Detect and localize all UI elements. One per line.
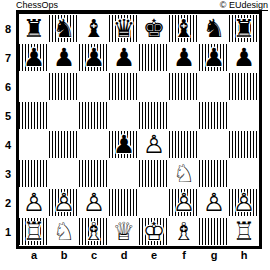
white-bishop[interactable]: ♝♗	[79, 217, 109, 246]
square-g3[interactable]	[199, 159, 229, 188]
rank-label-3: 3	[0, 159, 16, 188]
square-d6[interactable]	[109, 72, 139, 101]
square-h1[interactable]: ♜♖	[229, 217, 259, 246]
square-b6[interactable]	[49, 72, 79, 101]
square-c5[interactable]	[79, 101, 109, 130]
file-label-a: a	[19, 249, 49, 265]
square-a8[interactable]: ♜	[19, 14, 49, 43]
square-h3[interactable]	[229, 159, 259, 188]
square-d7[interactable]: ♟	[109, 43, 139, 72]
square-d5[interactable]	[109, 101, 139, 130]
square-d1[interactable]: ♛♕	[109, 217, 139, 246]
file-label-g: g	[199, 249, 229, 265]
app-title: ChessOps	[16, 0, 58, 10]
black-bishop[interactable]: ♝	[79, 14, 109, 43]
square-h6[interactable]	[229, 72, 259, 101]
square-f7[interactable]: ♟	[169, 43, 199, 72]
square-e1[interactable]: ♚♔	[139, 217, 169, 246]
square-f4[interactable]	[169, 130, 199, 159]
black-pawn[interactable]: ♟	[109, 43, 139, 72]
board-area: 87654321 ♜♞♝♛♚♝♞♜♟♟♟♟♟♟♟♟♟♙♞♘♟♙♟♙♟♙♟♙♟♙♟…	[0, 11, 270, 249]
file-label-h: h	[229, 249, 259, 265]
square-c1[interactable]: ♝♗	[79, 217, 109, 246]
rank-label-2: 2	[0, 188, 16, 217]
white-bishop[interactable]: ♝♗	[169, 217, 199, 246]
square-a2[interactable]: ♟♙	[19, 188, 49, 217]
white-pawn[interactable]: ♟♙	[139, 130, 169, 159]
square-h4[interactable]	[229, 130, 259, 159]
square-a1[interactable]: ♜♖	[19, 217, 49, 246]
square-d4[interactable]: ♟	[109, 130, 139, 159]
title-bar: ChessOps © EUdesign	[16, 0, 268, 11]
square-d3[interactable]	[109, 159, 139, 188]
black-bishop[interactable]: ♝	[169, 14, 199, 43]
square-f6[interactable]	[169, 72, 199, 101]
white-knight[interactable]: ♞♘	[169, 159, 199, 188]
square-g2[interactable]: ♟♙	[199, 188, 229, 217]
white-pawn[interactable]: ♟♙	[49, 188, 79, 217]
square-g8[interactable]: ♞	[199, 14, 229, 43]
square-b2[interactable]: ♟♙	[49, 188, 79, 217]
square-a6[interactable]	[19, 72, 49, 101]
rank-label-5: 5	[0, 101, 16, 130]
square-a7[interactable]: ♟	[19, 43, 49, 72]
black-pawn[interactable]: ♟	[169, 43, 199, 72]
square-c4[interactable]	[79, 130, 109, 159]
square-g5[interactable]	[199, 101, 229, 130]
square-g6[interactable]	[199, 72, 229, 101]
file-labels: abcdefgh	[19, 249, 270, 265]
square-c6[interactable]	[79, 72, 109, 101]
black-rook[interactable]: ♜	[19, 14, 49, 43]
square-e8[interactable]: ♚	[139, 14, 169, 43]
white-rook[interactable]: ♜♖	[229, 217, 259, 246]
square-b4[interactable]	[49, 130, 79, 159]
square-a3[interactable]	[19, 159, 49, 188]
square-e6[interactable]	[139, 72, 169, 101]
square-a5[interactable]	[19, 101, 49, 130]
square-b7[interactable]: ♟	[49, 43, 79, 72]
black-pawn[interactable]: ♟	[49, 43, 79, 72]
square-b1[interactable]: ♞♘	[49, 217, 79, 246]
square-c8[interactable]: ♝	[79, 14, 109, 43]
rank-label-6: 6	[0, 72, 16, 101]
square-b5[interactable]	[49, 101, 79, 130]
file-label-c: c	[79, 249, 109, 265]
file-label-f: f	[169, 249, 199, 265]
file-label-d: d	[109, 249, 139, 265]
square-b8[interactable]: ♞	[49, 14, 79, 43]
board: ♜♞♝♛♚♝♞♜♟♟♟♟♟♟♟♟♟♙♞♘♟♙♟♙♟♙♟♙♟♙♟♙♜♖♞♘♝♗♛♕…	[16, 11, 262, 249]
square-g4[interactable]	[199, 130, 229, 159]
square-f1[interactable]: ♝♗	[169, 217, 199, 246]
white-pawn[interactable]: ♟♙	[229, 188, 259, 217]
square-c2[interactable]: ♟♙	[79, 188, 109, 217]
rank-label-1: 1	[0, 217, 16, 246]
black-pawn[interactable]: ♟	[109, 130, 139, 159]
square-h2[interactable]: ♟♙	[229, 188, 259, 217]
rank-label-8: 8	[0, 14, 16, 43]
black-king[interactable]: ♚	[139, 14, 169, 43]
square-g1[interactable]	[199, 217, 229, 246]
black-pawn[interactable]: ♟	[229, 43, 259, 72]
white-king[interactable]: ♚♔	[139, 217, 169, 246]
square-b3[interactable]	[49, 159, 79, 188]
black-rook[interactable]: ♜	[229, 14, 259, 43]
square-f3[interactable]: ♞♘	[169, 159, 199, 188]
white-pawn[interactable]: ♟♙	[19, 188, 49, 217]
square-e5[interactable]	[139, 101, 169, 130]
square-h7[interactable]: ♟	[229, 43, 259, 72]
square-d8[interactable]: ♛	[109, 14, 139, 43]
square-f5[interactable]	[169, 101, 199, 130]
square-d2[interactable]	[109, 188, 139, 217]
square-e4[interactable]: ♟♙	[139, 130, 169, 159]
white-pawn[interactable]: ♟♙	[199, 188, 229, 217]
white-rook[interactable]: ♜♖	[19, 217, 49, 246]
square-f8[interactable]: ♝	[169, 14, 199, 43]
square-a4[interactable]	[19, 130, 49, 159]
white-pawn[interactable]: ♟♙	[79, 188, 109, 217]
square-e2[interactable]	[139, 188, 169, 217]
white-queen[interactable]: ♛♕	[109, 217, 139, 246]
square-f2[interactable]: ♟♙	[169, 188, 199, 217]
black-knight[interactable]: ♞	[199, 14, 229, 43]
white-pawn[interactable]: ♟♙	[169, 188, 199, 217]
credit-text: © EUdesign	[220, 0, 268, 10]
black-pawn[interactable]: ♟	[79, 43, 109, 72]
square-h5[interactable]	[229, 101, 259, 130]
square-c3[interactable]	[79, 159, 109, 188]
black-pawn[interactable]: ♟	[199, 43, 229, 72]
square-h8[interactable]: ♜	[229, 14, 259, 43]
black-pawn[interactable]: ♟	[19, 43, 49, 72]
black-queen[interactable]: ♛	[109, 14, 139, 43]
square-e7[interactable]	[139, 43, 169, 72]
rank-label-7: 7	[0, 43, 16, 72]
rank-label-4: 4	[0, 130, 16, 159]
square-g7[interactable]: ♟	[199, 43, 229, 72]
square-c7[interactable]: ♟	[79, 43, 109, 72]
file-label-b: b	[49, 249, 79, 265]
rank-labels: 87654321	[0, 11, 16, 246]
white-knight[interactable]: ♞♘	[49, 217, 79, 246]
file-label-e: e	[139, 249, 169, 265]
black-knight[interactable]: ♞	[49, 14, 79, 43]
square-e3[interactable]	[139, 159, 169, 188]
